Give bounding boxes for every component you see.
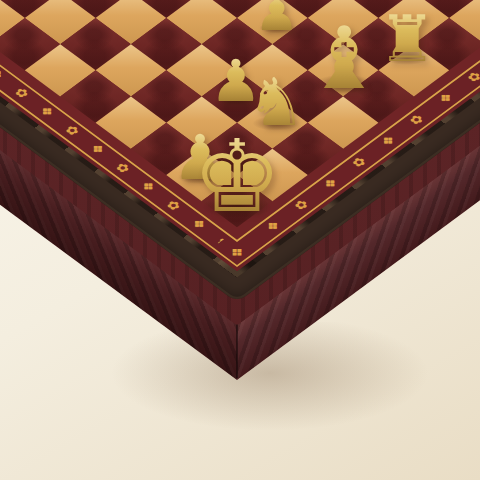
piece-gold-pawn-e5[interactable]: ♟ <box>255 0 300 38</box>
piece-gold-rook-h6[interactable]: ♜ <box>378 7 435 71</box>
piece-gold-king-h1[interactable]: ♚ <box>192 127 282 227</box>
box-corner-seam <box>236 324 238 378</box>
piece-gold-bishop-g5[interactable]: ♝ <box>305 15 382 101</box>
product-photo-scene: ✿ ❖ ✿ ❖ ✿ ❖ ✿ ❖ ✿ ❖ ✿ ❖ ✿ ❖ ✿ ❖ ✿ ❖ ✿ ❖ … <box>0 0 480 480</box>
